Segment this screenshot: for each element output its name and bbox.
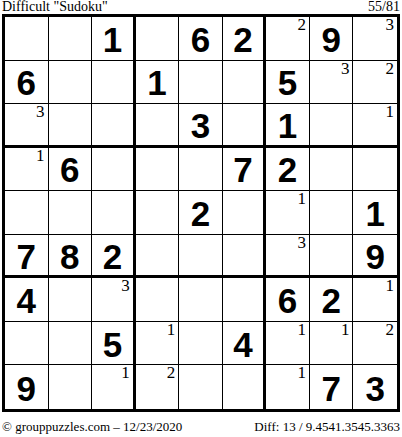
cell-r4c1[interactable]: 1: [5, 148, 49, 192]
cell-r1c5[interactable]: 6: [179, 17, 223, 61]
cell-r6c1[interactable]: 7: [5, 235, 49, 279]
given-digit: 7: [17, 237, 36, 274]
cell-r1c6[interactable]: 2: [223, 17, 267, 61]
corner-mark: 1: [36, 147, 45, 166]
given-digit: 5: [278, 63, 297, 100]
given-digit: 2: [233, 20, 252, 57]
given-digit: 6: [278, 281, 297, 318]
cell-r9c2[interactable]: [49, 365, 93, 409]
given-digit: 6: [191, 20, 210, 57]
cell-r6c2[interactable]: 8: [49, 235, 93, 279]
corner-mark: 2: [167, 364, 176, 383]
cell-r2c3[interactable]: [92, 61, 136, 105]
corner-mark: 1: [297, 364, 306, 383]
cell-r8c5[interactable]: [179, 322, 223, 366]
cell-r7c7[interactable]: 6: [266, 278, 310, 322]
given-digit: 9: [365, 237, 384, 274]
cell-r7c1[interactable]: 4: [5, 278, 49, 322]
given-digit: 9: [17, 369, 36, 406]
cell-r4c5[interactable]: [179, 148, 223, 192]
cell-r3c5[interactable]: 3: [179, 104, 223, 148]
corner-mark: 1: [167, 321, 176, 340]
cell-r3c6[interactable]: [223, 104, 267, 148]
given-digit: 2: [103, 237, 122, 274]
cell-r4c4[interactable]: [136, 148, 180, 192]
cell-r7c5[interactable]: [179, 278, 223, 322]
cell-r7c2[interactable]: [49, 278, 93, 322]
cell-r1c8[interactable]: 9: [310, 17, 354, 61]
cell-r6c8[interactable]: [310, 235, 354, 279]
given-digit: 3: [191, 106, 210, 143]
difficulty-text: Diff: 13 / 9.4541.3545.3363: [254, 420, 400, 434]
cell-r4c2[interactable]: 6: [49, 148, 93, 192]
cell-r5c8[interactable]: [310, 191, 354, 235]
copyright-text: © grouppuzzles.com – 12/23/2020: [2, 420, 182, 434]
cell-r3c2[interactable]: [49, 104, 93, 148]
corner-mark: 3: [386, 16, 395, 35]
cell-r9c5[interactable]: [179, 365, 223, 409]
given-digit: 2: [321, 281, 340, 318]
cell-r9c7[interactable]: 1: [266, 365, 310, 409]
cell-r8c7[interactable]: 1: [266, 322, 310, 366]
cell-r6c5[interactable]: [179, 235, 223, 279]
cell-r3c9[interactable]: 1: [353, 104, 397, 148]
cell-r8c6[interactable]: 4: [223, 322, 267, 366]
given-digit: 9: [321, 20, 340, 57]
corner-mark: 1: [297, 321, 306, 340]
cell-r5c1[interactable]: [5, 191, 49, 235]
cell-r8c3[interactable]: 5: [92, 322, 136, 366]
puzzle-title: Difficult "Sudoku": [2, 0, 108, 14]
cell-r3c4[interactable]: [136, 104, 180, 148]
cell-r1c7[interactable]: 2: [266, 17, 310, 61]
cell-r3c7[interactable]: 1: [266, 104, 310, 148]
cell-r2c2[interactable]: [49, 61, 93, 105]
cell-r1c9[interactable]: 3: [353, 17, 397, 61]
cell-r8c9[interactable]: 2: [353, 322, 397, 366]
corner-mark: 3: [121, 277, 130, 296]
cell-r2c9[interactable]: 2: [353, 61, 397, 105]
cell-r8c1[interactable]: [5, 322, 49, 366]
cell-r8c4[interactable]: 1: [136, 322, 180, 366]
given-digit: 2: [191, 194, 210, 231]
corner-mark: 1: [386, 277, 395, 296]
given-digit: 8: [60, 237, 79, 274]
cell-r2c4[interactable]: 1: [136, 61, 180, 105]
cell-r9c1[interactable]: 9: [5, 365, 49, 409]
given-digit: 2: [278, 150, 297, 187]
cell-r1c2[interactable]: [49, 17, 93, 61]
corner-mark: 1: [341, 321, 350, 340]
corner-mark: 3: [36, 103, 45, 122]
cell-r9c6[interactable]: [223, 365, 267, 409]
cell-r4c6[interactable]: 7: [223, 148, 267, 192]
cell-r2c5[interactable]: [179, 61, 223, 105]
sudoku-board: 1622936153233111672211782394362151411291…: [2, 14, 400, 412]
cell-r7c3[interactable]: 3: [92, 278, 136, 322]
page-footer: © grouppuzzles.com – 12/23/2020 Diff: 13…: [2, 420, 400, 434]
given-digit: 1: [278, 106, 297, 143]
cell-r6c6[interactable]: [223, 235, 267, 279]
cell-r5c7[interactable]: 1: [266, 191, 310, 235]
cell-r1c4[interactable]: [136, 17, 180, 61]
sudoku-page: Difficult "Sudoku" 55/81 162293615323311…: [0, 0, 402, 437]
cell-r9c4[interactable]: 2: [136, 365, 180, 409]
cell-r8c2[interactable]: [49, 322, 93, 366]
given-digit: 4: [17, 281, 36, 318]
cell-r7c6[interactable]: [223, 278, 267, 322]
given-digit: 1: [103, 20, 122, 57]
cell-r4c9[interactable]: [353, 148, 397, 192]
cell-r3c1[interactable]: 3: [5, 104, 49, 148]
cell-r7c9[interactable]: 1: [353, 278, 397, 322]
cell-r5c4[interactable]: [136, 191, 180, 235]
cell-r4c7[interactable]: 2: [266, 148, 310, 192]
cell-r3c3[interactable]: [92, 104, 136, 148]
corner-mark: 2: [386, 321, 395, 340]
cell-r5c2[interactable]: [49, 191, 93, 235]
cell-r9c9[interactable]: 3: [353, 365, 397, 409]
cell-r2c7[interactable]: 5: [266, 61, 310, 105]
corner-mark: 3: [297, 234, 306, 253]
cell-r9c8[interactable]: 7: [310, 365, 354, 409]
given-digit: 6: [60, 150, 79, 187]
given-digit: 4: [233, 325, 252, 362]
corner-mark: 3: [341, 60, 350, 79]
cell-r6c3[interactable]: 2: [92, 235, 136, 279]
cell-r5c9[interactable]: 1: [353, 191, 397, 235]
cell-r2c8[interactable]: 3: [310, 61, 354, 105]
given-digit: 1: [147, 63, 166, 100]
cell-r2c1[interactable]: 6: [5, 61, 49, 105]
cell-r7c8[interactable]: 2: [310, 278, 354, 322]
cell-r1c1[interactable]: [5, 17, 49, 61]
given-digit: 7: [233, 150, 252, 187]
cell-r2c6[interactable]: [223, 61, 267, 105]
cell-r6c4[interactable]: [136, 235, 180, 279]
page-header: Difficult "Sudoku" 55/81: [2, 0, 400, 14]
corner-mark: 1: [297, 190, 306, 209]
remaining-counter: 55/81: [368, 0, 400, 14]
corner-mark: 1: [121, 364, 130, 383]
cell-r9c3[interactable]: 1: [92, 365, 136, 409]
given-digit: 1: [365, 194, 384, 231]
cell-r8c8[interactable]: 1: [310, 322, 354, 366]
cell-r5c3[interactable]: [92, 191, 136, 235]
cell-r6c7[interactable]: 3: [266, 235, 310, 279]
cell-r3c8[interactable]: [310, 104, 354, 148]
given-digit: 6: [17, 63, 36, 100]
cell-r6c9[interactable]: 9: [353, 235, 397, 279]
cell-r4c3[interactable]: [92, 148, 136, 192]
corner-mark: 1: [386, 103, 395, 122]
given-digit: 3: [365, 369, 384, 406]
cell-r7c4[interactable]: [136, 278, 180, 322]
cell-r5c6[interactable]: [223, 191, 267, 235]
corner-mark: 2: [297, 16, 306, 35]
corner-mark: 2: [386, 60, 395, 79]
cell-r5c5[interactable]: 2: [179, 191, 223, 235]
cell-r1c3[interactable]: 1: [92, 17, 136, 61]
cell-r4c8[interactable]: [310, 148, 354, 192]
given-digit: 7: [321, 369, 340, 406]
given-digit: 5: [103, 325, 122, 362]
